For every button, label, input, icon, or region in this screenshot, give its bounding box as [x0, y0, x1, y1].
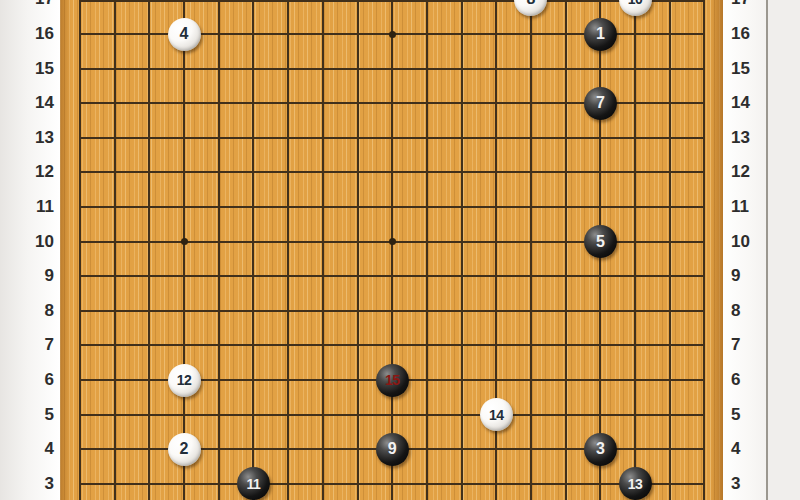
grid-line-vertical-14	[530, 0, 532, 500]
move-number-label: 3	[596, 441, 605, 457]
row-label-left-12: 12	[0, 162, 54, 182]
go-diagram-screenshot: 12345789101112131415 1717161615151414131…	[0, 0, 800, 500]
grid-line-horizontal-row-7	[79, 344, 705, 346]
row-label-left-13: 13	[0, 128, 54, 148]
stone-white-move-12-d6: 12	[168, 364, 201, 397]
row-label-right-8: 8	[731, 301, 765, 321]
page-margin	[768, 0, 800, 500]
move-number-label: 5	[596, 233, 605, 249]
row-label-left-10: 10	[0, 232, 54, 252]
move-number-label: 1	[596, 26, 605, 42]
grid-line-vertical-15	[565, 0, 567, 500]
move-number-label: 10	[628, 0, 643, 6]
stone-black-move-9-k4: 9	[376, 433, 409, 466]
grid-line-vertical-6	[252, 0, 254, 500]
grid-line-vertical-18	[669, 0, 671, 500]
move-number-label: 12	[177, 373, 192, 387]
grid-line-horizontal-row-8	[79, 310, 705, 312]
stone-black-move-1-q16: 1	[584, 18, 617, 51]
row-label-right-13: 13	[731, 128, 765, 148]
grid-line-horizontal-row-11	[79, 206, 705, 208]
grid-line-horizontal-row-3	[79, 483, 705, 485]
grid-line-horizontal-row-15	[79, 68, 705, 70]
grid-line-vertical-12	[461, 0, 463, 500]
row-label-right-3: 3	[731, 474, 765, 494]
go-board: 12345789101112131415	[60, 0, 723, 500]
move-number-label: 14	[489, 407, 504, 421]
move-number-label: 13	[628, 476, 643, 490]
move-number-label: 15	[385, 373, 400, 387]
row-label-left-3: 3	[0, 474, 54, 494]
move-number-label: 4	[180, 26, 189, 42]
stone-white-move-14-n5: 14	[480, 398, 513, 431]
stone-black-move-15-k6: 15	[376, 364, 409, 397]
grid-line-horizontal-row-9	[79, 275, 705, 277]
grid-line-vertical-8	[322, 0, 324, 500]
grid-line-vertical-5	[218, 0, 220, 500]
row-label-right-12: 12	[731, 162, 765, 182]
row-label-right-9: 9	[731, 266, 765, 286]
move-number-label: 2	[180, 441, 189, 457]
row-label-right-7: 7	[731, 335, 765, 355]
row-label-left-6: 6	[0, 370, 54, 390]
stone-black-move-7-q14: 7	[584, 87, 617, 120]
row-label-right-16: 16	[731, 24, 765, 44]
row-label-left-11: 11	[0, 197, 54, 217]
row-label-left-9: 9	[0, 266, 54, 286]
row-label-right-11: 11	[731, 197, 765, 217]
stone-black-move-11-f3: 11	[237, 467, 270, 500]
grid-line-vertical-7	[287, 0, 289, 500]
row-label-left-14: 14	[0, 93, 54, 113]
stone-black-move-3-q4: 3	[584, 433, 617, 466]
grid-line-vertical-10	[391, 0, 393, 500]
grid-line-vertical-4	[183, 0, 185, 500]
row-label-left-17: 17	[0, 0, 54, 9]
grid-line-vertical-9	[357, 0, 359, 500]
grid-line-vertical-3	[148, 0, 150, 500]
grid-line-horizontal-row-13	[79, 137, 705, 139]
stone-white-move-4-d16: 4	[168, 18, 201, 51]
grid-line-vertical-11	[426, 0, 428, 500]
move-number-label: 7	[596, 95, 605, 111]
stone-black-move-13-r3: 13	[619, 467, 652, 500]
stone-black-move-5-q10: 5	[584, 225, 617, 258]
row-label-right-4: 4	[731, 439, 765, 459]
row-label-right-17: 17	[731, 0, 765, 9]
row-label-right-14: 14	[731, 93, 765, 113]
grid-line-vertical-19	[703, 0, 705, 500]
grid-line-horizontal-row-5	[79, 414, 705, 416]
row-label-left-16: 16	[0, 24, 54, 44]
grid-line-horizontal-row-12	[79, 171, 705, 173]
row-label-left-15: 15	[0, 59, 54, 79]
stone-white-move-2-d4: 2	[168, 433, 201, 466]
row-label-right-5: 5	[731, 405, 765, 425]
move-number-label: 8	[527, 0, 536, 7]
row-label-left-7: 7	[0, 335, 54, 355]
row-label-right-6: 6	[731, 370, 765, 390]
row-label-left-8: 8	[0, 301, 54, 321]
row-label-left-5: 5	[0, 405, 54, 425]
grid-line-vertical-17	[634, 0, 636, 500]
move-number-label: 11	[247, 476, 261, 490]
stone-white-move-10-r17: 10	[619, 0, 652, 16]
grid-line-vertical-1	[79, 0, 81, 500]
star-point-10-16	[389, 31, 396, 38]
page-divider-line	[766, 0, 768, 500]
row-label-right-15: 15	[731, 59, 765, 79]
stone-white-move-8-o17: 8	[514, 0, 547, 16]
grid-line-vertical-2	[114, 0, 116, 500]
move-number-label: 9	[388, 441, 397, 457]
grid-line-horizontal-row-17	[79, 0, 705, 2]
row-label-left-4: 4	[0, 439, 54, 459]
row-label-right-10: 10	[731, 232, 765, 252]
star-point-4-10	[181, 238, 188, 245]
star-point-10-10	[389, 238, 396, 245]
